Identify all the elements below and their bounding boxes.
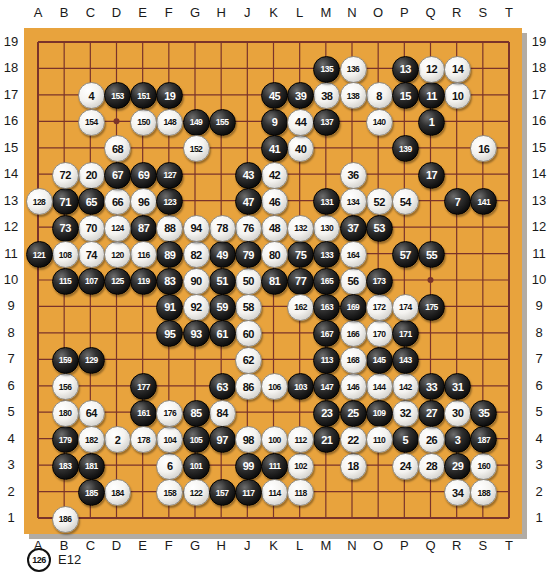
row-label-11-left: 11 (0, 247, 22, 261)
row-label-6-left: 6 (0, 379, 22, 393)
row-label-14-right: 14 (528, 167, 550, 181)
stone-N8-move-166: 166 (340, 320, 367, 347)
stone-J13-move-47: 47 (235, 188, 262, 215)
move-number: 100 (268, 434, 281, 444)
stone-L9-move-162: 162 (287, 294, 314, 321)
stone-E11-move-116: 116 (130, 241, 157, 268)
stone-J9-move-58: 58 (235, 294, 262, 321)
move-number: 66 (112, 195, 123, 207)
row-label-12-left: 12 (0, 220, 22, 234)
move-number: 94 (190, 222, 201, 234)
move-number: 163 (320, 302, 333, 312)
move-number: 37 (347, 222, 358, 234)
column-label-G-top: G (184, 6, 206, 20)
column-label-F-top: F (158, 6, 180, 20)
stone-E14-move-69: 69 (130, 162, 157, 189)
move-number: 133 (320, 249, 333, 259)
column-label-D-bottom: D (106, 539, 128, 553)
stone-C12-move-70: 70 (78, 215, 105, 242)
move-number: 117 (242, 487, 254, 497)
move-number: 3 (455, 433, 461, 445)
stone-G12-move-94: 94 (183, 215, 210, 242)
stone-K10-move-81: 81 (261, 268, 288, 295)
stone-D13-move-66: 66 (104, 188, 131, 215)
move-number: 114 (268, 487, 280, 497)
move-number: 7 (455, 195, 461, 207)
move-number: 74 (86, 248, 97, 260)
star-point (428, 277, 434, 283)
move-number: 77 (295, 275, 306, 287)
row-label-7-right: 7 (528, 352, 550, 366)
stone-J10-move-50: 50 (235, 268, 262, 295)
move-number: 165 (320, 276, 333, 286)
stone-C14-move-20: 20 (78, 162, 105, 189)
column-label-L-top: L (289, 6, 311, 20)
move-number: 146 (347, 381, 360, 391)
stone-P18-move-13: 13 (392, 56, 419, 83)
stone-O7-move-145: 145 (366, 347, 393, 374)
row-label-5-right: 5 (528, 405, 550, 419)
move-number: 164 (347, 249, 360, 259)
column-label-T-top: T (498, 6, 520, 20)
move-number: 148 (163, 117, 176, 127)
stone-Q4-move-26: 26 (418, 426, 445, 453)
stone-B5-move-180: 180 (52, 400, 79, 427)
column-label-H-bottom: H (210, 539, 232, 553)
move-number: 57 (400, 248, 411, 260)
move-number: 173 (373, 276, 386, 286)
move-number: 19 (164, 89, 175, 101)
move-number: 91 (164, 301, 175, 313)
move-number: 107 (85, 276, 98, 286)
stone-G10-move-90: 90 (183, 268, 210, 295)
move-number: 5 (403, 433, 409, 445)
move-number: 29 (452, 460, 463, 472)
stone-H4-move-97: 97 (209, 426, 236, 453)
stone-M12-move-130: 130 (313, 215, 340, 242)
row-label-15-left: 15 (0, 141, 22, 155)
move-number: 63 (217, 380, 228, 392)
move-number: 158 (163, 487, 176, 497)
stone-J6-move-86: 86 (235, 373, 262, 400)
stone-R3-move-29: 29 (444, 453, 471, 480)
stone-L2-move-118: 118 (287, 479, 314, 506)
move-number: 50 (243, 275, 254, 287)
stone-E5-move-161: 161 (130, 400, 157, 427)
row-label-15-right: 15 (528, 141, 550, 155)
row-label-18-right: 18 (528, 61, 550, 75)
stone-F3-move-6: 6 (156, 453, 183, 480)
stone-R2-move-34: 34 (444, 479, 471, 506)
move-number: 88 (164, 222, 175, 234)
move-number: 155 (216, 117, 229, 127)
stone-B14-move-72: 72 (52, 162, 79, 189)
move-number: 172 (373, 302, 386, 312)
stone-C11-move-74: 74 (78, 241, 105, 268)
row-label-17-right: 17 (528, 88, 550, 102)
move-number: 44 (295, 116, 306, 128)
move-number: 106 (268, 381, 281, 391)
move-number: 185 (85, 487, 98, 497)
row-label-9-right: 9 (528, 299, 550, 313)
move-number: 45 (269, 89, 280, 101)
move-number: 143 (399, 355, 412, 365)
stone-M16-move-137: 137 (313, 109, 340, 136)
move-number: 73 (60, 222, 71, 234)
stone-K12-move-48: 48 (261, 215, 288, 242)
move-number: 64 (86, 407, 97, 419)
stone-H6-move-63: 63 (209, 373, 236, 400)
move-number: 43 (243, 169, 254, 181)
move-number: 42 (269, 169, 280, 181)
stone-J2-move-117: 117 (235, 479, 262, 506)
stone-C10-move-107: 107 (78, 268, 105, 295)
column-label-C-bottom: C (79, 539, 101, 553)
row-label-3-right: 3 (528, 458, 550, 472)
stone-Q3-move-28: 28 (418, 453, 445, 480)
move-number: 72 (60, 169, 71, 181)
stone-K13-move-46: 46 (261, 188, 288, 215)
stone-K14-move-42: 42 (261, 162, 288, 189)
stone-K4-move-100: 100 (261, 426, 288, 453)
move-number: 179 (59, 434, 72, 444)
move-number: 65 (86, 195, 97, 207)
move-number: 12 (426, 63, 437, 75)
stone-J12-move-76: 76 (235, 215, 262, 242)
row-label-13-left: 13 (0, 194, 22, 208)
stone-J11-move-79: 79 (235, 241, 262, 268)
row-label-16-right: 16 (528, 114, 550, 128)
column-label-B-top: B (53, 6, 75, 20)
move-number: 116 (138, 249, 150, 259)
stone-D2-move-184: 184 (104, 479, 131, 506)
stone-N6-move-146: 146 (340, 373, 367, 400)
stone-Q11-move-55: 55 (418, 241, 445, 268)
move-number: 75 (295, 248, 306, 260)
stone-S3-move-160: 160 (470, 453, 497, 480)
stone-F12-move-88: 88 (156, 215, 183, 242)
stone-F14-move-127: 127 (156, 162, 183, 189)
move-number: 70 (86, 222, 97, 234)
move-number: 31 (452, 380, 463, 392)
move-number: 67 (112, 169, 123, 181)
stone-F10-move-83: 83 (156, 268, 183, 295)
stone-Q16-move-1: 1 (418, 109, 445, 136)
row-label-7-left: 7 (0, 352, 22, 366)
move-number: 24 (400, 460, 411, 472)
go-kifu-diagram: ABCDEFGHJKLMNOPQRST ABCDEFGHJKLMNOPQRST … (0, 0, 550, 582)
stone-G4-move-105: 105 (183, 426, 210, 453)
column-label-H-top: H (210, 6, 232, 20)
move-number: 25 (347, 407, 358, 419)
stone-M10-move-165: 165 (313, 268, 340, 295)
column-label-N-top: N (341, 6, 363, 20)
move-number: 46 (269, 195, 280, 207)
move-number: 108 (59, 249, 72, 259)
move-number: 54 (400, 195, 411, 207)
stone-O9-move-172: 172 (366, 294, 393, 321)
move-number: 95 (164, 327, 175, 339)
move-number: 157 (216, 487, 229, 497)
move-number: 36 (347, 169, 358, 181)
stone-P3-move-24: 24 (392, 453, 419, 480)
move-number: 96 (138, 195, 149, 207)
stone-D10-move-125: 125 (104, 268, 131, 295)
row-label-8-left: 8 (0, 326, 22, 340)
stone-P8-move-171: 171 (392, 320, 419, 347)
move-number: 38 (321, 89, 332, 101)
move-number: 134 (347, 196, 360, 206)
column-label-P-bottom: P (393, 539, 415, 553)
row-label-2-left: 2 (0, 485, 22, 499)
move-number: 159 (59, 355, 72, 365)
move-number: 22 (347, 433, 358, 445)
move-number: 14 (452, 63, 463, 75)
move-number: 175 (425, 302, 438, 312)
row-label-1-right: 1 (528, 511, 550, 525)
move-number: 186 (59, 514, 72, 524)
move-number: 135 (320, 64, 333, 74)
column-label-F-bottom: F (158, 539, 180, 553)
move-number: 151 (137, 90, 150, 100)
move-number: 171 (399, 328, 412, 338)
stone-R5-move-30: 30 (444, 400, 471, 427)
move-number: 93 (190, 327, 201, 339)
column-label-M-bottom: M (315, 539, 337, 553)
move-number: 169 (347, 302, 360, 312)
move-number: 52 (374, 195, 385, 207)
column-label-Q-top: Q (420, 6, 442, 20)
stone-D14-move-67: 67 (104, 162, 131, 189)
stone-C4-move-182: 182 (78, 426, 105, 453)
move-number: 187 (477, 434, 490, 444)
stone-J14-move-43: 43 (235, 162, 262, 189)
column-label-K-top: K (263, 6, 285, 20)
move-number: 41 (269, 142, 280, 154)
move-number: 122 (190, 487, 203, 497)
move-number: 139 (399, 143, 412, 153)
column-label-J-bottom: J (236, 539, 258, 553)
stone-G9-move-92: 92 (183, 294, 210, 321)
row-label-10-right: 10 (528, 273, 550, 287)
stone-Q9-move-175: 175 (418, 294, 445, 321)
move-number: 30 (452, 407, 463, 419)
column-label-E-bottom: E (132, 539, 154, 553)
row-label-16-left: 16 (0, 114, 22, 128)
row-label-14-left: 14 (0, 167, 22, 181)
move-number: 6 (167, 460, 173, 472)
move-number: 84 (217, 407, 228, 419)
stone-H2-move-157: 157 (209, 479, 236, 506)
row-label-5-left: 5 (0, 405, 22, 419)
stone-J7-move-62: 62 (235, 347, 262, 374)
move-number: 118 (295, 487, 307, 497)
stone-H9-move-59: 59 (209, 294, 236, 321)
stone-O4-move-110: 110 (366, 426, 393, 453)
stone-P13-move-54: 54 (392, 188, 419, 215)
move-number: 132 (294, 223, 307, 233)
move-number: 136 (347, 64, 360, 74)
stone-O17-move-8: 8 (366, 82, 393, 109)
stone-Q18-move-12: 12 (418, 56, 445, 83)
stone-B11-move-108: 108 (52, 241, 79, 268)
move-number: 9 (272, 116, 278, 128)
move-number: 71 (60, 195, 71, 207)
stone-F5-move-176: 176 (156, 400, 183, 427)
move-number: 76 (243, 222, 254, 234)
move-number: 92 (190, 301, 201, 313)
move-number: 141 (477, 196, 490, 206)
move-number: 124 (111, 223, 124, 233)
stone-J3-move-99: 99 (235, 453, 262, 480)
row-label-9-left: 9 (0, 299, 22, 313)
stone-P9-move-174: 174 (392, 294, 419, 321)
stone-A13-move-128: 128 (26, 188, 53, 215)
column-label-N-bottom: N (341, 539, 363, 553)
move-number: 4 (89, 89, 95, 101)
move-number: 35 (478, 407, 489, 419)
move-number: 83 (164, 275, 175, 287)
move-number: 90 (190, 275, 201, 287)
move-number: 86 (243, 380, 254, 392)
row-label-3-left: 3 (0, 458, 22, 472)
column-label-S-top: S (472, 6, 494, 20)
stone-O12-move-53: 53 (366, 215, 393, 242)
noted-move-stone: 126 (27, 548, 51, 572)
move-number: 115 (59, 276, 71, 286)
column-label-R-top: R (446, 6, 468, 20)
move-number: 154 (85, 117, 98, 127)
stone-B12-move-73: 73 (52, 215, 79, 242)
column-label-K-bottom: K (263, 539, 285, 553)
stone-P6-move-142: 142 (392, 373, 419, 400)
move-number: 161 (137, 408, 150, 418)
move-number: 85 (190, 407, 201, 419)
move-number: 99 (243, 460, 254, 472)
column-label-M-top: M (315, 6, 337, 20)
stone-N10-move-56: 56 (340, 268, 367, 295)
move-number: 8 (376, 89, 382, 101)
move-number: 104 (163, 434, 176, 444)
column-label-E-top: E (132, 6, 154, 20)
move-number: 58 (243, 301, 254, 313)
stone-B10-move-115: 115 (52, 268, 79, 295)
stone-O5-move-109: 109 (366, 400, 393, 427)
move-number: 48 (269, 222, 280, 234)
stone-N5-move-25: 25 (340, 400, 367, 427)
move-number: 34 (452, 486, 463, 498)
move-number: 170 (373, 328, 386, 338)
stone-N14-move-36: 36 (340, 162, 367, 189)
row-label-13-right: 13 (528, 194, 550, 208)
stone-P5-move-32: 32 (392, 400, 419, 427)
move-number: 97 (217, 433, 228, 445)
move-number: 49 (217, 248, 228, 260)
move-number: 149 (190, 117, 203, 127)
move-number: 47 (243, 195, 254, 207)
move-number: 113 (321, 355, 333, 365)
column-label-T-bottom: T (498, 539, 520, 553)
move-number: 40 (295, 142, 306, 154)
move-number: 137 (320, 117, 333, 127)
move-number: 153 (111, 90, 124, 100)
stone-G15-move-152: 152 (183, 135, 210, 162)
move-number: 176 (163, 408, 176, 418)
stone-P7-move-143: 143 (392, 347, 419, 374)
move-number: 120 (111, 249, 124, 259)
stone-C16-move-154: 154 (78, 109, 105, 136)
stone-G2-move-122: 122 (183, 479, 210, 506)
move-number: 142 (399, 381, 412, 391)
stone-E10-move-119: 119 (130, 268, 157, 295)
move-number: 123 (163, 196, 176, 206)
stone-H5-move-84: 84 (209, 400, 236, 427)
row-label-17-left: 17 (0, 88, 22, 102)
star-point (114, 118, 120, 124)
stone-G16-move-149: 149 (183, 109, 210, 136)
move-number: 98 (243, 433, 254, 445)
move-number: 181 (85, 461, 98, 471)
stone-N12-move-37: 37 (340, 215, 367, 242)
stone-K2-move-114: 114 (261, 479, 288, 506)
stone-P15-move-139: 139 (392, 135, 419, 162)
stone-G5-move-85: 85 (183, 400, 210, 427)
move-number: 11 (426, 89, 437, 101)
move-number: 13 (400, 63, 411, 75)
stone-L16-move-44: 44 (287, 109, 314, 136)
move-number: 156 (59, 381, 72, 391)
stone-G3-move-101: 101 (183, 453, 210, 480)
move-number: 174 (399, 302, 412, 312)
stone-N18-move-136: 136 (340, 56, 367, 83)
move-number: 17 (426, 169, 437, 181)
noted-move-point-label: E12 (58, 552, 81, 567)
stone-P4-move-5: 5 (392, 426, 419, 453)
row-label-19-left: 19 (0, 35, 22, 49)
move-number: 51 (217, 275, 228, 287)
move-number: 127 (163, 170, 176, 180)
stone-A11-move-121: 121 (26, 241, 53, 268)
stone-F16-move-148: 148 (156, 109, 183, 136)
stone-D4-move-2: 2 (104, 426, 131, 453)
stone-C5-move-64: 64 (78, 400, 105, 427)
stone-H8-move-61: 61 (209, 320, 236, 347)
move-number: 23 (321, 407, 332, 419)
stone-K3-move-111: 111 (261, 453, 288, 480)
stone-B13-move-71: 71 (52, 188, 79, 215)
stone-J4-move-98: 98 (235, 426, 262, 453)
row-label-11-right: 11 (528, 247, 550, 261)
move-number: 82 (190, 248, 201, 260)
move-number: 188 (477, 487, 490, 497)
move-number: 21 (321, 433, 332, 445)
move-number: 59 (217, 301, 228, 313)
stone-G8-move-93: 93 (183, 320, 210, 347)
move-number: 81 (269, 275, 280, 287)
move-number: 105 (190, 434, 203, 444)
stone-C13-move-65: 65 (78, 188, 105, 215)
move-number: 145 (373, 355, 386, 365)
move-number: 68 (112, 142, 123, 154)
move-number: 129 (85, 355, 98, 365)
row-label-10-left: 10 (0, 273, 22, 287)
move-number: 111 (269, 461, 281, 471)
stone-Q14-move-17: 17 (418, 162, 445, 189)
stone-H10-move-51: 51 (209, 268, 236, 295)
move-number: 166 (347, 328, 360, 338)
move-number: 26 (426, 433, 437, 445)
row-label-19-right: 19 (528, 35, 550, 49)
